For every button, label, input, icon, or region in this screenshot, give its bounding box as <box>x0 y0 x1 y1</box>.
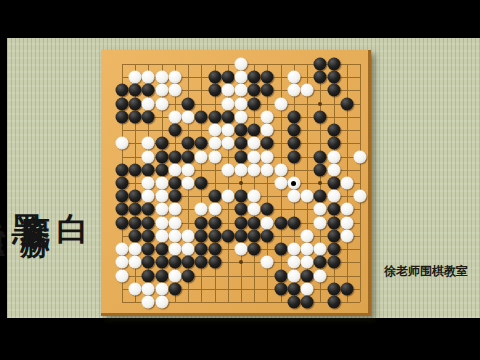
white-stone[interactable] <box>168 216 181 229</box>
black-stone[interactable] <box>182 137 195 150</box>
black-stone[interactable] <box>208 84 221 97</box>
white-stone[interactable] <box>221 137 234 150</box>
white-stone[interactable] <box>314 216 327 229</box>
black-stone[interactable] <box>327 296 340 309</box>
black-stone[interactable] <box>208 256 221 269</box>
black-stone[interactable] <box>116 97 129 110</box>
black-stone[interactable] <box>248 216 261 229</box>
grid-line-vertical <box>360 64 361 302</box>
black-stone[interactable] <box>235 124 248 137</box>
black-stone[interactable] <box>261 71 274 84</box>
black-stone[interactable] <box>221 229 234 242</box>
black-stone[interactable] <box>287 124 300 137</box>
black-stone[interactable] <box>221 110 234 123</box>
white-stone[interactable] <box>168 71 181 84</box>
white-stone[interactable] <box>221 124 234 137</box>
white-stone[interactable] <box>155 177 168 190</box>
black-stone[interactable] <box>327 137 340 150</box>
white-stone[interactable] <box>287 71 300 84</box>
black-stone[interactable] <box>314 150 327 163</box>
white-stone[interactable] <box>235 71 248 84</box>
white-stone[interactable] <box>261 256 274 269</box>
letterbox-bar-bottom <box>0 318 480 360</box>
black-stone[interactable] <box>129 203 142 216</box>
black-stone[interactable] <box>182 256 195 269</box>
black-stone[interactable] <box>261 137 274 150</box>
black-stone[interactable] <box>314 110 327 123</box>
white-stone[interactable] <box>142 137 155 150</box>
white-stone[interactable] <box>235 84 248 97</box>
white-stone[interactable] <box>142 97 155 110</box>
black-stone[interactable] <box>327 71 340 84</box>
black-stone[interactable] <box>314 163 327 176</box>
white-stone[interactable] <box>221 190 234 203</box>
white-stone[interactable] <box>248 190 261 203</box>
white-stone[interactable] <box>287 256 300 269</box>
black-stone[interactable] <box>327 58 340 71</box>
white-stone[interactable] <box>235 97 248 110</box>
letterbox-bar-top <box>0 0 480 38</box>
black-stone[interactable] <box>327 203 340 216</box>
white-stone[interactable] <box>287 243 300 256</box>
black-stone[interactable] <box>340 282 353 295</box>
black-stone[interactable] <box>195 229 208 242</box>
white-stone[interactable] <box>168 163 181 176</box>
white-stone[interactable] <box>327 163 340 176</box>
white-stone[interactable] <box>168 203 181 216</box>
black-stone[interactable] <box>208 190 221 203</box>
black-stone[interactable] <box>195 110 208 123</box>
white-stone[interactable] <box>221 97 234 110</box>
black-player-name: 朴廷桓 <box>0 92 9 312</box>
white-stone[interactable] <box>274 177 287 190</box>
black-stone[interactable] <box>314 256 327 269</box>
white-stone[interactable] <box>168 229 181 242</box>
black-stone[interactable] <box>116 163 129 176</box>
black-stone[interactable] <box>327 282 340 295</box>
white-stone[interactable] <box>208 203 221 216</box>
black-stone[interactable] <box>208 243 221 256</box>
black-stone[interactable] <box>248 71 261 84</box>
white-stone[interactable] <box>208 150 221 163</box>
white-stone[interactable] <box>287 84 300 97</box>
black-stone[interactable] <box>301 296 314 309</box>
black-stone[interactable] <box>129 216 142 229</box>
white-stone[interactable] <box>340 203 353 216</box>
white-stone[interactable] <box>287 190 300 203</box>
black-stone[interactable] <box>116 110 129 123</box>
black-stone[interactable] <box>142 269 155 282</box>
black-stone[interactable] <box>168 177 181 190</box>
black-stone[interactable] <box>235 190 248 203</box>
white-stone[interactable] <box>168 84 181 97</box>
black-stone[interactable] <box>235 216 248 229</box>
black-stone[interactable] <box>327 177 340 190</box>
black-stone[interactable] <box>287 282 300 295</box>
white-stone[interactable] <box>168 243 181 256</box>
black-stone[interactable] <box>274 216 287 229</box>
watermark-text: 徐老师围棋教室 <box>384 263 476 280</box>
black-stone[interactable] <box>327 84 340 97</box>
black-stone[interactable] <box>327 229 340 242</box>
black-stone[interactable] <box>287 296 300 309</box>
black-stone[interactable] <box>235 229 248 242</box>
black-stone[interactable] <box>235 150 248 163</box>
white-stone[interactable] <box>116 256 129 269</box>
black-stone[interactable] <box>168 124 181 137</box>
black-stone[interactable] <box>116 84 129 97</box>
white-side-character: 白 <box>54 90 92 290</box>
black-stone[interactable] <box>274 282 287 295</box>
white-stone[interactable] <box>314 243 327 256</box>
black-stone[interactable] <box>182 150 195 163</box>
white-stone[interactable] <box>142 71 155 84</box>
white-stone[interactable] <box>221 163 234 176</box>
white-stone[interactable] <box>235 163 248 176</box>
black-stone[interactable] <box>129 229 142 242</box>
black-stone[interactable] <box>327 124 340 137</box>
white-stone[interactable] <box>182 229 195 242</box>
black-stone[interactable] <box>142 203 155 216</box>
black-stone[interactable] <box>142 243 155 256</box>
white-stone[interactable] <box>168 110 181 123</box>
white-stone[interactable] <box>301 229 314 242</box>
white-stone[interactable] <box>327 190 340 203</box>
black-stone[interactable] <box>168 150 181 163</box>
white-stone[interactable] <box>221 84 234 97</box>
white-stone[interactable] <box>301 84 314 97</box>
white-stone[interactable] <box>129 282 142 295</box>
black-stone[interactable] <box>314 71 327 84</box>
white-stone[interactable] <box>116 137 129 150</box>
black-stone[interactable] <box>142 163 155 176</box>
last-move-marker <box>291 181 296 186</box>
black-stone[interactable] <box>261 229 274 242</box>
black-stone[interactable] <box>142 256 155 269</box>
black-stone[interactable] <box>195 177 208 190</box>
black-stone[interactable] <box>168 256 181 269</box>
black-stone[interactable] <box>168 190 181 203</box>
go-board-grid <box>122 64 360 302</box>
white-stone[interactable] <box>195 203 208 216</box>
white-stone[interactable] <box>354 190 367 203</box>
black-stone[interactable] <box>208 110 221 123</box>
black-stone[interactable] <box>287 216 300 229</box>
white-stone[interactable] <box>116 243 129 256</box>
white-stone[interactable] <box>155 97 168 110</box>
white-stone[interactable] <box>182 243 195 256</box>
black-stone[interactable] <box>129 163 142 176</box>
black-stone[interactable] <box>340 97 353 110</box>
white-stone[interactable] <box>142 296 155 309</box>
white-stone[interactable] <box>155 229 168 242</box>
white-stone[interactable] <box>155 282 168 295</box>
white-stone[interactable] <box>129 256 142 269</box>
white-stone[interactable] <box>182 110 195 123</box>
white-stone[interactable] <box>248 150 261 163</box>
white-stone[interactable] <box>155 216 168 229</box>
white-stone[interactable] <box>354 150 367 163</box>
white-stone[interactable] <box>142 282 155 295</box>
white-stone[interactable] <box>274 163 287 176</box>
white-stone[interactable] <box>116 269 129 282</box>
black-stone[interactable] <box>274 269 287 282</box>
black-stone[interactable] <box>142 84 155 97</box>
white-stone[interactable] <box>340 229 353 242</box>
black-stone[interactable] <box>155 163 168 176</box>
white-stone[interactable] <box>248 203 261 216</box>
black-stone[interactable] <box>327 256 340 269</box>
black-stone[interactable] <box>116 177 129 190</box>
white-stone[interactable] <box>261 124 274 137</box>
black-stone[interactable] <box>195 256 208 269</box>
black-stone[interactable] <box>155 269 168 282</box>
white-stone[interactable] <box>208 137 221 150</box>
white-stone[interactable] <box>142 150 155 163</box>
white-stone[interactable] <box>340 216 353 229</box>
black-stone[interactable] <box>248 97 261 110</box>
black-stone[interactable] <box>129 97 142 110</box>
black-stone[interactable] <box>287 150 300 163</box>
black-stone[interactable] <box>208 71 221 84</box>
hoshi-star-point <box>239 260 243 264</box>
white-stone[interactable] <box>287 269 300 282</box>
white-player-label: 白 廖元赫 <box>58 90 92 310</box>
black-stone[interactable] <box>208 216 221 229</box>
white-stone[interactable] <box>235 58 248 71</box>
black-stone[interactable] <box>155 243 168 256</box>
black-stone[interactable] <box>301 269 314 282</box>
white-stone[interactable] <box>182 163 195 176</box>
black-stone[interactable] <box>314 190 327 203</box>
black-stone[interactable] <box>182 97 195 110</box>
white-stone[interactable] <box>340 177 353 190</box>
black-stone[interactable] <box>287 110 300 123</box>
black-stone[interactable] <box>168 282 181 295</box>
go-board[interactable] <box>101 50 371 316</box>
hoshi-star-point <box>318 102 322 106</box>
white-stone[interactable] <box>129 243 142 256</box>
white-stone[interactable] <box>261 150 274 163</box>
black-stone[interactable] <box>129 110 142 123</box>
white-stone[interactable] <box>129 71 142 84</box>
white-stone[interactable] <box>261 216 274 229</box>
black-stone[interactable] <box>129 84 142 97</box>
white-stone[interactable] <box>314 269 327 282</box>
white-stone[interactable] <box>327 150 340 163</box>
white-stone[interactable] <box>248 163 261 176</box>
white-stone[interactable] <box>301 243 314 256</box>
white-stone[interactable] <box>261 163 274 176</box>
white-stone[interactable] <box>208 124 221 137</box>
black-stone[interactable] <box>261 84 274 97</box>
white-stone[interactable] <box>155 190 168 203</box>
black-stone[interactable] <box>208 229 221 242</box>
white-stone-last-move[interactable] <box>287 177 300 190</box>
white-stone[interactable] <box>235 110 248 123</box>
black-stone[interactable] <box>314 58 327 71</box>
black-stone[interactable] <box>274 243 287 256</box>
black-stone[interactable] <box>116 190 129 203</box>
black-stone[interactable] <box>327 243 340 256</box>
black-stone[interactable] <box>235 203 248 216</box>
black-stone[interactable] <box>327 216 340 229</box>
hoshi-star-point <box>318 181 322 185</box>
white-stone[interactable] <box>261 110 274 123</box>
white-stone[interactable] <box>155 71 168 84</box>
white-player-name: 廖元赫 <box>16 90 54 310</box>
white-stone[interactable] <box>182 177 195 190</box>
black-stone[interactable] <box>248 84 261 97</box>
white-stone[interactable] <box>301 256 314 269</box>
black-stone[interactable] <box>195 243 208 256</box>
black-stone[interactable] <box>195 137 208 150</box>
white-stone[interactable] <box>155 203 168 216</box>
black-stone[interactable] <box>248 229 261 242</box>
white-stone[interactable] <box>142 177 155 190</box>
black-stone[interactable] <box>195 216 208 229</box>
white-stone[interactable] <box>155 84 168 97</box>
black-stone[interactable] <box>248 243 261 256</box>
black-stone[interactable] <box>116 203 129 216</box>
black-stone[interactable] <box>116 216 129 229</box>
white-stone[interactable] <box>235 243 248 256</box>
white-stone[interactable] <box>168 269 181 282</box>
white-stone[interactable] <box>155 296 168 309</box>
white-stone[interactable] <box>301 190 314 203</box>
black-stone[interactable] <box>182 269 195 282</box>
black-stone[interactable] <box>142 216 155 229</box>
black-stone[interactable] <box>221 71 234 84</box>
video-frame: 黑 朴廷桓 白 廖元赫 徐老师围棋教室 <box>0 0 480 360</box>
black-stone[interactable] <box>142 229 155 242</box>
white-stone[interactable] <box>314 203 327 216</box>
black-stone[interactable] <box>129 190 142 203</box>
white-stone[interactable] <box>301 282 314 295</box>
black-stone[interactable] <box>248 124 261 137</box>
white-stone[interactable] <box>274 97 287 110</box>
black-stone[interactable] <box>155 256 168 269</box>
hoshi-star-point <box>239 181 243 185</box>
black-stone[interactable] <box>235 137 248 150</box>
black-stone[interactable] <box>155 150 168 163</box>
white-stone[interactable] <box>248 137 261 150</box>
black-stone[interactable] <box>142 110 155 123</box>
black-stone[interactable] <box>261 203 274 216</box>
white-stone[interactable] <box>142 190 155 203</box>
white-stone[interactable] <box>195 150 208 163</box>
black-stone[interactable] <box>287 137 300 150</box>
black-stone[interactable] <box>155 137 168 150</box>
